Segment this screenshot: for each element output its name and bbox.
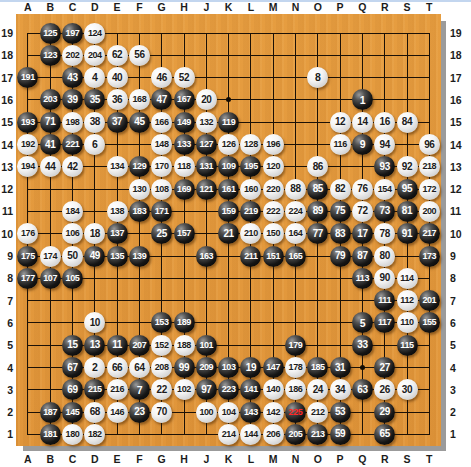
- stone-D4[interactable]: 2: [84, 357, 105, 378]
- stone-S8[interactable]: 114: [397, 268, 418, 289]
- column-label-top-K: K: [220, 1, 238, 13]
- stone-D6[interactable]: 10: [84, 312, 105, 333]
- stone-Q6[interactable]: 5: [352, 312, 373, 333]
- stone-G3[interactable]: 22: [151, 379, 172, 400]
- row-label-right-14: 14: [450, 139, 466, 151]
- column-label-top-D: D: [86, 1, 104, 13]
- column-label-bottom-S: S: [398, 453, 416, 465]
- stone-F2[interactable]: 23: [129, 402, 150, 423]
- row-label-right-17: 17: [450, 72, 466, 84]
- stone-T7[interactable]: 201: [419, 290, 440, 311]
- row-label-left-12: 12: [0, 183, 13, 195]
- stone-F15[interactable]: 45: [129, 112, 150, 133]
- stone-L12[interactable]: 160: [240, 179, 261, 200]
- stone-C16[interactable]: 39: [62, 89, 83, 110]
- stone-E2[interactable]: 146: [107, 402, 128, 423]
- stone-N5[interactable]: 179: [285, 335, 306, 356]
- stone-F16[interactable]: 168: [129, 89, 150, 110]
- stone-S5[interactable]: 115: [397, 335, 418, 356]
- stone-E18[interactable]: 62: [107, 45, 128, 66]
- stone-J3[interactable]: 97: [196, 379, 217, 400]
- column-label-bottom-Q: Q: [353, 453, 371, 465]
- stone-R7[interactable]: 111: [374, 290, 395, 311]
- stone-D18[interactable]: 204: [84, 45, 105, 66]
- stone-C4[interactable]: 67: [62, 357, 83, 378]
- stone-A10[interactable]: 176: [17, 223, 38, 244]
- stone-T14[interactable]: 96: [419, 134, 440, 155]
- stone-H10[interactable]: 157: [174, 223, 195, 244]
- stone-D19[interactable]: 124: [84, 23, 105, 44]
- stone-O10[interactable]: 77: [307, 223, 328, 244]
- stone-A17[interactable]: 191: [17, 67, 38, 88]
- row-label-left-14: 14: [0, 139, 13, 151]
- stone-R15[interactable]: 16: [374, 112, 395, 133]
- stone-Q15[interactable]: 14: [352, 112, 373, 133]
- stone-C3[interactable]: 69: [62, 379, 83, 400]
- stone-F18[interactable]: 56: [129, 45, 150, 66]
- stone-T9[interactable]: 173: [419, 246, 440, 267]
- column-label-bottom-B: B: [41, 453, 59, 465]
- stone-M4[interactable]: 147: [263, 357, 284, 378]
- stone-L10[interactable]: 210: [240, 223, 261, 244]
- column-label-top-P: P: [331, 1, 349, 13]
- stone-G10[interactable]: 25: [151, 223, 172, 244]
- stone-D9[interactable]: 49: [84, 246, 105, 267]
- column-label-top-Q: Q: [353, 1, 371, 13]
- row-label-left-2: 2: [0, 406, 13, 418]
- stone-G11[interactable]: 171: [151, 201, 172, 222]
- stone-J13[interactable]: 131: [196, 156, 217, 177]
- stone-Q10[interactable]: 17: [352, 223, 373, 244]
- stone-S10[interactable]: 91: [397, 223, 418, 244]
- stone-P3[interactable]: 34: [330, 379, 351, 400]
- stone-T11[interactable]: 200: [419, 201, 440, 222]
- row-label-right-19: 19: [450, 27, 466, 39]
- stone-R4[interactable]: 27: [374, 357, 395, 378]
- row-label-left-17: 17: [0, 72, 13, 84]
- row-label-left-16: 16: [0, 94, 13, 106]
- stone-J5[interactable]: 101: [196, 335, 217, 356]
- stone-L13[interactable]: 195: [240, 156, 261, 177]
- stone-Q14[interactable]: 9: [352, 134, 373, 155]
- stone-M9[interactable]: 151: [263, 246, 284, 267]
- stone-N10[interactable]: 164: [285, 223, 306, 244]
- stone-M13[interactable]: 120: [263, 156, 284, 177]
- stone-L4[interactable]: 19: [240, 357, 261, 378]
- row-label-right-8: 8: [450, 272, 466, 284]
- stone-P12[interactable]: 82: [330, 179, 351, 200]
- stone-G13[interactable]: 170: [151, 156, 172, 177]
- stone-M12[interactable]: 220: [263, 179, 284, 200]
- stone-O2[interactable]: 212: [307, 402, 328, 423]
- stone-K13[interactable]: 109: [218, 156, 239, 177]
- stone-J2[interactable]: 100: [196, 402, 217, 423]
- stone-G14[interactable]: 148: [151, 134, 172, 155]
- column-label-bottom-H: H: [175, 453, 193, 465]
- stone-D1[interactable]: 182: [84, 424, 105, 445]
- column-label-bottom-R: R: [376, 453, 394, 465]
- stone-K2[interactable]: 104: [218, 402, 239, 423]
- stone-P4[interactable]: 31: [330, 357, 351, 378]
- stone-F5[interactable]: 207: [129, 335, 150, 356]
- stone-P9[interactable]: 79: [330, 246, 351, 267]
- stone-C8[interactable]: 105: [62, 268, 83, 289]
- column-label-top-H: H: [175, 1, 193, 13]
- stone-O12[interactable]: 85: [307, 179, 328, 200]
- row-label-right-16: 16: [450, 94, 466, 106]
- stone-J15[interactable]: 132: [196, 112, 217, 133]
- stone-S12[interactable]: 95: [397, 179, 418, 200]
- column-label-bottom-O: O: [309, 453, 327, 465]
- stone-K3[interactable]: 223: [218, 379, 239, 400]
- column-label-bottom-J: J: [197, 453, 215, 465]
- row-label-right-7: 7: [450, 295, 466, 307]
- row-label-left-10: 10: [0, 228, 13, 240]
- stone-C18[interactable]: 202: [62, 45, 83, 66]
- column-label-top-B: B: [41, 1, 59, 13]
- stone-L14[interactable]: 128: [240, 134, 261, 155]
- stone-N9[interactable]: 165: [285, 246, 306, 267]
- stone-G6[interactable]: 153: [151, 312, 172, 333]
- stone-B18[interactable]: 123: [40, 45, 61, 66]
- stone-D15[interactable]: 38: [84, 112, 105, 133]
- row-label-left-4: 4: [0, 362, 13, 374]
- stone-A9[interactable]: 175: [17, 246, 38, 267]
- stone-O11[interactable]: 89: [307, 201, 328, 222]
- stone-L1[interactable]: 144: [240, 424, 261, 445]
- stone-G12[interactable]: 108: [151, 179, 172, 200]
- stone-D10[interactable]: 18: [84, 223, 105, 244]
- column-label-top-S: S: [398, 1, 416, 13]
- column-label-bottom-A: A: [19, 453, 37, 465]
- stone-F3[interactable]: 7: [129, 379, 150, 400]
- stone-E9[interactable]: 135: [107, 246, 128, 267]
- row-label-right-4: 4: [450, 362, 466, 374]
- stone-L2[interactable]: 143: [240, 402, 261, 423]
- row-label-left-13: 13: [0, 161, 13, 173]
- row-label-right-6: 6: [450, 317, 466, 329]
- stone-N11[interactable]: 224: [285, 201, 306, 222]
- stone-B19[interactable]: 125: [40, 23, 61, 44]
- stone-B9[interactable]: 174: [40, 246, 61, 267]
- stone-S6[interactable]: 110: [397, 312, 418, 333]
- stone-T13[interactable]: 218: [419, 156, 440, 177]
- row-label-left-5: 5: [0, 339, 13, 351]
- stone-H5[interactable]: 188: [174, 335, 195, 356]
- star-point-Q4: [360, 365, 365, 370]
- column-label-bottom-N: N: [287, 453, 305, 465]
- stone-S3[interactable]: 30: [397, 379, 418, 400]
- column-label-top-O: O: [309, 1, 327, 13]
- stone-Q9[interactable]: 87: [352, 246, 373, 267]
- stone-E10[interactable]: 137: [107, 223, 128, 244]
- stone-R10[interactable]: 78: [374, 223, 395, 244]
- stone-H17[interactable]: 52: [174, 67, 195, 88]
- stone-E5[interactable]: 11: [107, 335, 128, 356]
- stone-B2[interactable]: 187: [40, 402, 61, 423]
- stone-G4[interactable]: 208: [151, 357, 172, 378]
- stone-N4[interactable]: 178: [285, 357, 306, 378]
- row-label-left-7: 7: [0, 295, 13, 307]
- stone-Q3[interactable]: 63: [352, 379, 373, 400]
- stone-R3[interactable]: 26: [374, 379, 395, 400]
- stone-Q12[interactable]: 76: [352, 179, 373, 200]
- stone-C19[interactable]: 197: [62, 23, 83, 44]
- stone-C13[interactable]: 42: [62, 156, 83, 177]
- stone-H6[interactable]: 189: [174, 312, 195, 333]
- stone-B16[interactable]: 203: [40, 89, 61, 110]
- stone-K14[interactable]: 126: [218, 134, 239, 155]
- stone-E13[interactable]: 134: [107, 156, 128, 177]
- column-label-bottom-K: K: [220, 453, 238, 465]
- stone-P14[interactable]: 116: [330, 134, 351, 155]
- stone-K10[interactable]: 21: [218, 223, 239, 244]
- stone-C10[interactable]: 106: [62, 223, 83, 244]
- stone-N12[interactable]: 88: [285, 179, 306, 200]
- stone-P15[interactable]: 12: [330, 112, 351, 133]
- row-label-right-13: 13: [450, 161, 466, 173]
- stone-K4[interactable]: 103: [218, 357, 239, 378]
- row-label-left-9: 9: [0, 250, 13, 262]
- stone-J14[interactable]: 127: [196, 134, 217, 155]
- stone-K15[interactable]: 119: [218, 112, 239, 133]
- column-label-top-R: R: [376, 1, 394, 13]
- stone-C14[interactable]: 221: [62, 134, 83, 155]
- column-label-top-N: N: [287, 1, 305, 13]
- stone-S11[interactable]: 81: [397, 201, 418, 222]
- column-label-top-T: T: [420, 1, 438, 13]
- stone-F13[interactable]: 129: [129, 156, 150, 177]
- row-label-right-3: 3: [450, 384, 466, 396]
- row-label-right-5: 5: [450, 339, 466, 351]
- stone-C9[interactable]: 50: [62, 246, 83, 267]
- stone-J16[interactable]: 20: [196, 89, 217, 110]
- stone-H15[interactable]: 149: [174, 112, 195, 133]
- stone-R13[interactable]: 93: [374, 156, 395, 177]
- column-label-top-M: M: [264, 1, 282, 13]
- go-game-record-screen: ABCDEFGHJKLMNOPQRST ABCDEFGHJKLMNOPQRST …: [0, 0, 471, 467]
- stone-A14[interactable]: 192: [17, 134, 38, 155]
- stone-T10[interactable]: 217: [419, 223, 440, 244]
- stone-J9[interactable]: 163: [196, 246, 217, 267]
- column-label-top-L: L: [242, 1, 260, 13]
- stone-P1[interactable]: 59: [330, 424, 351, 445]
- column-label-bottom-P: P: [331, 453, 349, 465]
- column-label-top-J: J: [197, 1, 215, 13]
- stone-C1[interactable]: 180: [62, 424, 83, 445]
- column-label-top-C: C: [64, 1, 82, 13]
- stone-A15[interactable]: 193: [17, 112, 38, 133]
- grid-line-horizontal: [27, 300, 429, 301]
- stone-H12[interactable]: 169: [174, 179, 195, 200]
- column-label-bottom-L: L: [242, 453, 260, 465]
- stone-B1[interactable]: 181: [40, 424, 61, 445]
- stone-R12[interactable]: 154: [374, 179, 395, 200]
- stone-D17[interactable]: 4: [84, 67, 105, 88]
- stone-L11[interactable]: 219: [240, 201, 261, 222]
- stone-E3[interactable]: 216: [107, 379, 128, 400]
- column-label-bottom-M: M: [264, 453, 282, 465]
- stone-E11[interactable]: 138: [107, 201, 128, 222]
- stone-N3[interactable]: 186: [285, 379, 306, 400]
- row-label-right-18: 18: [450, 49, 466, 61]
- row-label-right-1: 1: [450, 428, 466, 440]
- row-label-left-3: 3: [0, 384, 13, 396]
- stone-M14[interactable]: 196: [263, 134, 284, 155]
- stone-Q5[interactable]: 33: [352, 335, 373, 356]
- stone-J12[interactable]: 121: [196, 179, 217, 200]
- stone-H16[interactable]: 167: [174, 89, 195, 110]
- stone-M3[interactable]: 140: [263, 379, 284, 400]
- stone-S13[interactable]: 92: [397, 156, 418, 177]
- column-label-top-E: E: [108, 1, 126, 13]
- stone-A8[interactable]: 177: [17, 268, 38, 289]
- stone-K11[interactable]: 159: [218, 201, 239, 222]
- stone-L9[interactable]: 211: [240, 246, 261, 267]
- stone-M2[interactable]: 142: [263, 402, 284, 423]
- stone-F9[interactable]: 139: [129, 246, 150, 267]
- row-label-left-6: 6: [0, 317, 13, 329]
- stone-R9[interactable]: 80: [374, 246, 395, 267]
- stone-R6[interactable]: 117: [374, 312, 395, 333]
- stone-E17[interactable]: 40: [107, 67, 128, 88]
- row-label-left-11: 11: [0, 205, 13, 217]
- row-label-left-19: 19: [0, 27, 13, 39]
- stone-Q8[interactable]: 113: [352, 268, 373, 289]
- stone-B15[interactable]: 71: [40, 112, 61, 133]
- stone-L3[interactable]: 141: [240, 379, 261, 400]
- stone-H13[interactable]: 118: [174, 156, 195, 177]
- stone-D16[interactable]: 35: [84, 89, 105, 110]
- stone-O13[interactable]: 86: [307, 156, 328, 177]
- stone-E16[interactable]: 36: [107, 89, 128, 110]
- stone-D3[interactable]: 215: [84, 379, 105, 400]
- stone-G17[interactable]: 46: [151, 67, 172, 88]
- stone-P11[interactable]: 75: [330, 201, 351, 222]
- stone-R14[interactable]: 94: [374, 134, 395, 155]
- stone-F4[interactable]: 64: [129, 357, 150, 378]
- column-label-bottom-D: D: [86, 453, 104, 465]
- row-label-left-18: 18: [0, 49, 13, 61]
- stone-J4[interactable]: 209: [196, 357, 217, 378]
- stone-G15[interactable]: 166: [151, 112, 172, 133]
- row-label-right-12: 12: [450, 183, 466, 195]
- row-label-right-10: 10: [450, 228, 466, 240]
- stone-C11[interactable]: 184: [62, 201, 83, 222]
- stone-O17[interactable]: 8: [307, 67, 328, 88]
- stone-R11[interactable]: 73: [374, 201, 395, 222]
- stone-M10[interactable]: 150: [263, 223, 284, 244]
- stone-M11[interactable]: 222: [263, 201, 284, 222]
- stone-R8[interactable]: 90: [374, 268, 395, 289]
- row-label-left-8: 8: [0, 272, 13, 284]
- stone-E15[interactable]: 37: [107, 112, 128, 133]
- stone-A13[interactable]: 194: [17, 156, 38, 177]
- stone-G2[interactable]: 70: [151, 402, 172, 423]
- stone-K1[interactable]: 214: [218, 424, 239, 445]
- stone-Q11[interactable]: 72: [352, 201, 373, 222]
- stone-G5[interactable]: 152: [151, 335, 172, 356]
- stone-M1[interactable]: 206: [263, 424, 284, 445]
- column-label-top-A: A: [19, 1, 37, 13]
- stone-D5[interactable]: 13: [84, 335, 105, 356]
- stone-N1[interactable]: 205: [285, 424, 306, 445]
- stone-B14[interactable]: 41: [40, 134, 61, 155]
- stone-R2[interactable]: 29: [374, 402, 395, 423]
- stone-P10[interactable]: 83: [330, 223, 351, 244]
- column-label-top-G: G: [153, 1, 171, 13]
- stone-E4[interactable]: 66: [107, 357, 128, 378]
- stone-C17[interactable]: 43: [62, 67, 83, 88]
- stone-O1[interactable]: 213: [307, 424, 328, 445]
- column-label-bottom-G: G: [153, 453, 171, 465]
- stone-C2[interactable]: 145: [62, 402, 83, 423]
- stone-O3[interactable]: 24: [307, 379, 328, 400]
- stone-R1[interactable]: 65: [374, 424, 395, 445]
- column-label-top-F: F: [130, 1, 148, 13]
- stone-C15[interactable]: 198: [62, 112, 83, 133]
- row-label-left-15: 15: [0, 116, 13, 128]
- stone-C5[interactable]: 15: [62, 335, 83, 356]
- stone-S7[interactable]: 112: [397, 290, 418, 311]
- column-label-bottom-E: E: [108, 453, 126, 465]
- stone-O4[interactable]: 185: [307, 357, 328, 378]
- row-label-right-11: 11: [450, 205, 466, 217]
- column-label-bottom-T: T: [420, 453, 438, 465]
- stone-F12[interactable]: 130: [129, 179, 150, 200]
- stone-B13[interactable]: 44: [40, 156, 61, 177]
- star-point-K16: [226, 97, 231, 102]
- stone-Q16[interactable]: 1: [352, 89, 373, 110]
- go-board[interactable]: 1251971241232022046256191434404652820339…: [16, 14, 441, 446]
- row-label-left-1: 1: [0, 428, 13, 440]
- row-label-right-15: 15: [450, 116, 466, 128]
- stone-B8[interactable]: 107: [40, 268, 61, 289]
- stone-H3[interactable]: 102: [174, 379, 195, 400]
- row-label-right-2: 2: [450, 406, 466, 418]
- column-label-bottom-C: C: [64, 453, 82, 465]
- stone-D2[interactable]: 68: [84, 402, 105, 423]
- stone-P2[interactable]: 53: [330, 402, 351, 423]
- stone-K12[interactable]: 161: [218, 179, 239, 200]
- row-label-right-9: 9: [450, 250, 466, 262]
- stone-H14[interactable]: 133: [174, 134, 195, 155]
- stone-G16[interactable]: 47: [151, 89, 172, 110]
- stone-F11[interactable]: 183: [129, 201, 150, 222]
- stone-D14[interactable]: 6: [84, 134, 105, 155]
- stone-S15[interactable]: 84: [397, 112, 418, 133]
- stone-N2[interactable]: 225: [285, 402, 306, 423]
- stone-T12[interactable]: 172: [419, 179, 440, 200]
- stone-H4[interactable]: 99: [174, 357, 195, 378]
- stone-T6[interactable]: 155: [419, 312, 440, 333]
- column-label-bottom-F: F: [130, 453, 148, 465]
